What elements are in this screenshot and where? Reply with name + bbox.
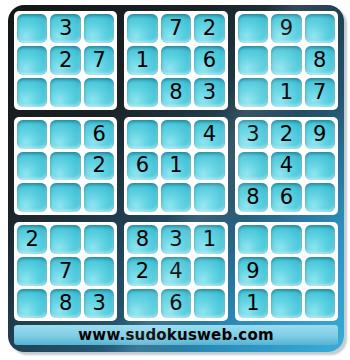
cell-r9c6[interactable] xyxy=(194,289,224,318)
cell-r4c1[interactable] xyxy=(17,120,47,149)
cell-r7c3[interactable] xyxy=(84,225,114,254)
cell-r8c5[interactable]: 4 xyxy=(161,257,191,286)
cell-r8c1[interactable] xyxy=(17,257,47,286)
cell-r7c8[interactable] xyxy=(271,225,301,254)
cell-r2c2[interactable]: 2 xyxy=(50,46,80,75)
cell-r4c9[interactable]: 9 xyxy=(305,120,335,149)
cell-r4c7[interactable]: 3 xyxy=(238,120,268,149)
cell-r4c6[interactable]: 4 xyxy=(194,120,224,149)
cell-r9c5[interactable]: 6 xyxy=(161,289,191,318)
cell-r6c4[interactable] xyxy=(127,183,157,212)
cell-r4c8[interactable]: 2 xyxy=(271,120,301,149)
cell-r3c8[interactable]: 1 xyxy=(271,78,301,107)
cell-r4c3[interactable]: 6 xyxy=(84,120,114,149)
cell-r7c9[interactable] xyxy=(305,225,335,254)
cell-r6c9[interactable] xyxy=(305,183,335,212)
cell-r3c3[interactable] xyxy=(84,78,114,107)
cell-r2c5[interactable] xyxy=(161,46,191,75)
box-r2c3: 329486 xyxy=(235,117,338,216)
cell-r8c4[interactable]: 2 xyxy=(127,257,157,286)
website-url: www.sudokusweb.com xyxy=(78,326,273,344)
box-r1c1: 327 xyxy=(14,11,117,110)
cell-r9c2[interactable]: 8 xyxy=(50,289,80,318)
cell-r5c5[interactable]: 1 xyxy=(161,152,191,181)
cell-r9c1[interactable] xyxy=(17,289,47,318)
cell-r1c4[interactable] xyxy=(127,14,157,43)
cell-r1c9[interactable] xyxy=(305,14,335,43)
cell-r3c5[interactable]: 8 xyxy=(161,78,191,107)
cell-r6c6[interactable] xyxy=(194,183,224,212)
cell-r8c3[interactable] xyxy=(84,257,114,286)
box-r3c2: 831246 xyxy=(124,222,227,321)
cell-r2c9[interactable]: 8 xyxy=(305,46,335,75)
cell-r6c3[interactable] xyxy=(84,183,114,212)
cell-r1c1[interactable] xyxy=(17,14,47,43)
cell-r3c1[interactable] xyxy=(17,78,47,107)
cell-r1c5[interactable]: 7 xyxy=(161,14,191,43)
cell-r5c3[interactable]: 2 xyxy=(84,152,114,181)
cell-r3c2[interactable] xyxy=(50,78,80,107)
cell-r5c2[interactable] xyxy=(50,152,80,181)
cell-r8c2[interactable]: 7 xyxy=(50,257,80,286)
cell-r1c6[interactable]: 2 xyxy=(194,14,224,43)
cell-r4c5[interactable] xyxy=(161,120,191,149)
sudoku-grid: 327721683981762461329486278383124691 xyxy=(14,11,338,321)
cell-r1c2[interactable]: 3 xyxy=(50,14,80,43)
cell-r6c1[interactable] xyxy=(17,183,47,212)
cell-r3c7[interactable] xyxy=(238,78,268,107)
cell-r8c7[interactable]: 9 xyxy=(238,257,268,286)
cell-r2c4[interactable]: 1 xyxy=(127,46,157,75)
box-r1c2: 721683 xyxy=(124,11,227,110)
cell-r7c7[interactable] xyxy=(238,225,268,254)
cell-r4c2[interactable] xyxy=(50,120,80,149)
cell-r6c5[interactable] xyxy=(161,183,191,212)
cell-r7c5[interactable]: 3 xyxy=(161,225,191,254)
cell-r5c6[interactable] xyxy=(194,152,224,181)
cell-r7c6[interactable]: 1 xyxy=(194,225,224,254)
box-r3c1: 2783 xyxy=(14,222,117,321)
cell-r2c7[interactable] xyxy=(238,46,268,75)
cell-r3c9[interactable]: 7 xyxy=(305,78,335,107)
cell-r9c3[interactable]: 3 xyxy=(84,289,114,318)
cell-r1c7[interactable] xyxy=(238,14,268,43)
cell-r2c3[interactable]: 7 xyxy=(84,46,114,75)
cell-r2c1[interactable] xyxy=(17,46,47,75)
cell-r5c9[interactable] xyxy=(305,152,335,181)
cell-r8c9[interactable] xyxy=(305,257,335,286)
box-r2c1: 62 xyxy=(14,117,117,216)
cell-r9c7[interactable]: 1 xyxy=(238,289,268,318)
cell-r7c1[interactable]: 2 xyxy=(17,225,47,254)
box-r3c3: 91 xyxy=(235,222,338,321)
cell-r5c8[interactable]: 4 xyxy=(271,152,301,181)
cell-r5c4[interactable]: 6 xyxy=(127,152,157,181)
cell-r8c6[interactable] xyxy=(194,257,224,286)
cell-r3c4[interactable] xyxy=(127,78,157,107)
cell-r5c7[interactable] xyxy=(238,152,268,181)
cell-r9c9[interactable] xyxy=(305,289,335,318)
cell-r6c8[interactable]: 6 xyxy=(271,183,301,212)
cell-r9c4[interactable] xyxy=(127,289,157,318)
cell-r7c4[interactable]: 8 xyxy=(127,225,157,254)
cell-r2c6[interactable]: 6 xyxy=(194,46,224,75)
cell-r1c8[interactable]: 9 xyxy=(271,14,301,43)
sudoku-board-frame: 327721683981762461329486278383124691 www… xyxy=(8,5,344,352)
cell-r7c2[interactable] xyxy=(50,225,80,254)
cell-r6c7[interactable]: 8 xyxy=(238,183,268,212)
box-r2c2: 461 xyxy=(124,117,227,216)
footer-band: www.sudokusweb.com xyxy=(14,325,338,345)
cell-r2c8[interactable] xyxy=(271,46,301,75)
cell-r8c8[interactable] xyxy=(271,257,301,286)
cell-r6c2[interactable] xyxy=(50,183,80,212)
box-r1c3: 9817 xyxy=(235,11,338,110)
cell-r3c6[interactable]: 3 xyxy=(194,78,224,107)
cell-r9c8[interactable] xyxy=(271,289,301,318)
cell-r5c1[interactable] xyxy=(17,152,47,181)
cell-r4c4[interactable] xyxy=(127,120,157,149)
cell-r1c3[interactable] xyxy=(84,14,114,43)
